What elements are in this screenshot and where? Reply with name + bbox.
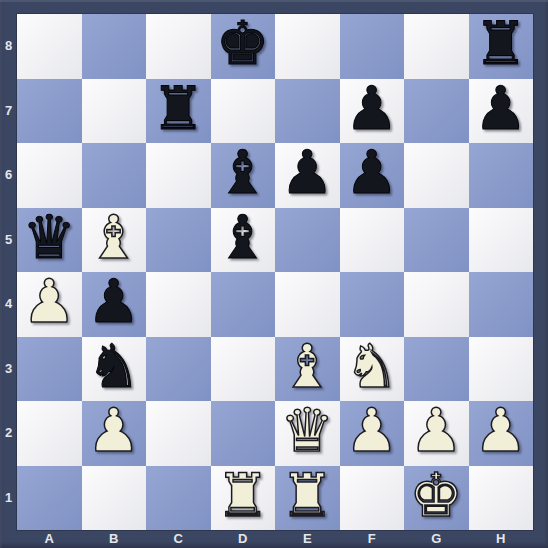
chess-board: ♚♜♜♟♟♝♟♟♛♝♝♟♟♞♝♞♟♛♟♟♟♜♜♚ — [17, 14, 533, 530]
piece-black-queen[interactable]: ♛ — [22, 205, 76, 270]
square-e5[interactable] — [275, 208, 340, 273]
square-a1[interactable] — [17, 466, 82, 531]
square-g2[interactable]: ♟ — [404, 401, 469, 466]
square-f8[interactable] — [340, 14, 405, 79]
file-label-f: F — [340, 530, 405, 548]
square-h4[interactable] — [469, 272, 534, 337]
square-c3[interactable] — [146, 337, 211, 402]
square-a7[interactable] — [17, 79, 82, 144]
rank-label-8: 8 — [0, 14, 17, 79]
file-label-d: D — [211, 530, 276, 548]
square-c7[interactable]: ♜ — [146, 79, 211, 144]
piece-black-bishop[interactable]: ♝ — [216, 205, 270, 270]
square-d6[interactable]: ♝ — [211, 143, 276, 208]
piece-white-pawn[interactable]: ♟ — [345, 398, 399, 463]
rank-label-4: 4 — [0, 272, 17, 337]
square-e1[interactable]: ♜ — [275, 466, 340, 531]
square-a5[interactable]: ♛ — [17, 208, 82, 273]
square-f1[interactable] — [340, 466, 405, 531]
square-e8[interactable] — [275, 14, 340, 79]
square-d8[interactable]: ♚ — [211, 14, 276, 79]
square-b7[interactable] — [82, 79, 147, 144]
square-h8[interactable]: ♜ — [469, 14, 534, 79]
piece-black-knight[interactable]: ♞ — [87, 334, 141, 399]
file-label-b: B — [82, 530, 147, 548]
square-a6[interactable] — [17, 143, 82, 208]
square-d3[interactable] — [211, 337, 276, 402]
square-b4[interactable]: ♟ — [82, 272, 147, 337]
square-b6[interactable] — [82, 143, 147, 208]
square-h7[interactable]: ♟ — [469, 79, 534, 144]
square-b2[interactable]: ♟ — [82, 401, 147, 466]
square-g5[interactable] — [404, 208, 469, 273]
rank-label-2: 2 — [0, 401, 17, 466]
square-e7[interactable] — [275, 79, 340, 144]
file-label-g: G — [404, 530, 469, 548]
square-b3[interactable]: ♞ — [82, 337, 147, 402]
file-label-a: A — [17, 530, 82, 548]
square-e2[interactable]: ♛ — [275, 401, 340, 466]
square-d4[interactable] — [211, 272, 276, 337]
square-e6[interactable]: ♟ — [275, 143, 340, 208]
square-h6[interactable] — [469, 143, 534, 208]
square-g7[interactable] — [404, 79, 469, 144]
rank-label-5: 5 — [0, 208, 17, 273]
piece-white-rook[interactable]: ♜ — [216, 463, 270, 528]
square-f2[interactable]: ♟ — [340, 401, 405, 466]
square-f6[interactable]: ♟ — [340, 143, 405, 208]
square-d5[interactable]: ♝ — [211, 208, 276, 273]
file-label-h: H — [469, 530, 534, 548]
square-c2[interactable] — [146, 401, 211, 466]
square-b1[interactable] — [82, 466, 147, 531]
piece-white-pawn[interactable]: ♟ — [474, 398, 528, 463]
square-f5[interactable] — [340, 208, 405, 273]
file-label-e: E — [275, 530, 340, 548]
piece-black-pawn[interactable]: ♟ — [87, 269, 141, 334]
piece-white-bishop[interactable]: ♝ — [87, 205, 141, 270]
piece-black-pawn[interactable]: ♟ — [280, 140, 334, 205]
piece-black-pawn[interactable]: ♟ — [345, 140, 399, 205]
square-a8[interactable] — [17, 14, 82, 79]
piece-black-pawn[interactable]: ♟ — [345, 76, 399, 141]
piece-black-pawn[interactable]: ♟ — [474, 76, 528, 141]
piece-white-pawn[interactable]: ♟ — [87, 398, 141, 463]
square-b8[interactable] — [82, 14, 147, 79]
piece-white-king[interactable]: ♚ — [409, 463, 463, 528]
piece-black-rook[interactable]: ♜ — [474, 11, 528, 76]
rank-label-6: 6 — [0, 143, 17, 208]
square-h1[interactable] — [469, 466, 534, 531]
square-e3[interactable]: ♝ — [275, 337, 340, 402]
square-d2[interactable] — [211, 401, 276, 466]
piece-black-rook[interactable]: ♜ — [151, 76, 205, 141]
square-f4[interactable] — [340, 272, 405, 337]
square-a2[interactable] — [17, 401, 82, 466]
rank-label-7: 7 — [0, 79, 17, 144]
file-label-c: C — [146, 530, 211, 548]
rank-label-1: 1 — [0, 466, 17, 531]
square-h2[interactable]: ♟ — [469, 401, 534, 466]
piece-white-rook[interactable]: ♜ — [280, 463, 334, 528]
square-c6[interactable] — [146, 143, 211, 208]
piece-white-bishop[interactable]: ♝ — [280, 334, 334, 399]
piece-black-bishop[interactable]: ♝ — [216, 140, 270, 205]
piece-white-pawn[interactable]: ♟ — [409, 398, 463, 463]
square-f7[interactable]: ♟ — [340, 79, 405, 144]
square-e4[interactable] — [275, 272, 340, 337]
rank-label-3: 3 — [0, 337, 17, 402]
square-c4[interactable] — [146, 272, 211, 337]
square-g8[interactable] — [404, 14, 469, 79]
square-a4[interactable]: ♟ — [17, 272, 82, 337]
square-d7[interactable] — [211, 79, 276, 144]
piece-white-knight[interactable]: ♞ — [345, 334, 399, 399]
square-g1[interactable]: ♚ — [404, 466, 469, 531]
square-c5[interactable] — [146, 208, 211, 273]
square-h3[interactable] — [469, 337, 534, 402]
square-h5[interactable] — [469, 208, 534, 273]
piece-white-pawn[interactable]: ♟ — [22, 269, 76, 334]
square-g6[interactable] — [404, 143, 469, 208]
square-c1[interactable] — [146, 466, 211, 531]
square-f3[interactable]: ♞ — [340, 337, 405, 402]
chess-board-frame: ♚♜♜♟♟♝♟♟♛♝♝♟♟♞♝♞♟♛♟♟♟♜♜♚ 87654321ABCDEFG… — [0, 0, 548, 548]
piece-black-king[interactable]: ♚ — [216, 11, 270, 76]
square-g4[interactable] — [404, 272, 469, 337]
square-b5[interactable]: ♝ — [82, 208, 147, 273]
square-a3[interactable] — [17, 337, 82, 402]
square-c8[interactable] — [146, 14, 211, 79]
square-g3[interactable] — [404, 337, 469, 402]
square-d1[interactable]: ♜ — [211, 466, 276, 531]
piece-white-queen[interactable]: ♛ — [280, 398, 334, 463]
